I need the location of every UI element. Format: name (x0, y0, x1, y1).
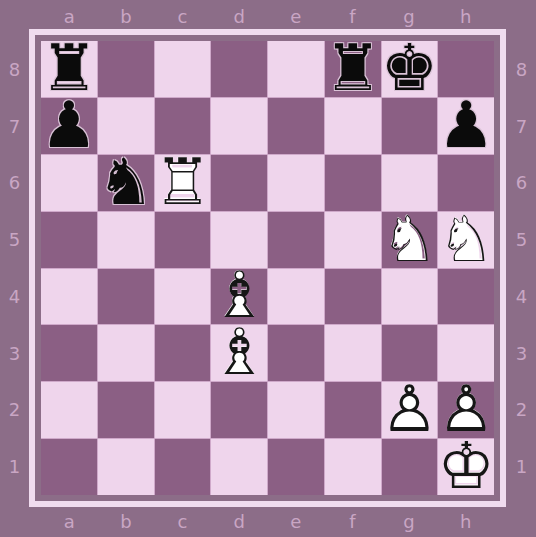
square-f8[interactable]: ♜ (325, 41, 381, 97)
piece-fill-glyph: ♟ (437, 93, 494, 157)
square-b8[interactable] (98, 41, 154, 97)
square-g3[interactable] (382, 325, 438, 381)
square-f5[interactable] (325, 212, 381, 268)
square-e1[interactable] (268, 439, 324, 495)
square-g6[interactable] (382, 155, 438, 211)
file-label-bottom-d: d (211, 509, 268, 533)
square-h1[interactable]: ♚♔ (438, 439, 494, 495)
square-h7[interactable]: ♟ (438, 98, 494, 154)
file-label-top-a: a (41, 4, 98, 28)
square-c5[interactable] (155, 212, 211, 268)
square-h5[interactable]: ♞♘ (438, 212, 494, 268)
square-h8[interactable] (438, 41, 494, 97)
square-h6[interactable] (438, 155, 494, 211)
piece-fill-glyph: ♟ (40, 93, 97, 157)
file-label-top-g: g (381, 4, 438, 28)
rank-label-right-3: 3 (507, 325, 536, 382)
square-f7[interactable] (325, 98, 381, 154)
piece-fill-glyph: ♞ (381, 207, 437, 270)
square-c7[interactable] (155, 98, 211, 154)
square-g5[interactable]: ♞♘ (382, 212, 438, 268)
square-c6[interactable]: ♜♖ (155, 155, 211, 211)
file-label-bottom-b: b (98, 509, 155, 533)
square-d4[interactable]: ♝♗ (211, 269, 267, 325)
square-d1[interactable] (211, 439, 267, 495)
rank-label-right-6: 6 (507, 155, 536, 212)
square-a8[interactable]: ♜ (41, 41, 97, 97)
file-label-bottom-e: e (268, 509, 325, 533)
square-b6[interactable]: ♞ (98, 155, 154, 211)
square-a7[interactable]: ♟ (41, 98, 97, 154)
piece-fill-glyph: ♚ (381, 36, 438, 100)
square-d7[interactable] (211, 98, 267, 154)
square-f3[interactable] (325, 325, 381, 381)
black-knight[interactable]: ♞ (98, 155, 154, 211)
square-e7[interactable] (268, 98, 324, 154)
file-label-top-c: c (154, 4, 211, 28)
square-h2[interactable]: ♟♙ (438, 382, 494, 438)
black-rook[interactable]: ♜ (41, 41, 97, 97)
square-b1[interactable] (98, 439, 154, 495)
file-label-bottom-h: h (437, 509, 494, 533)
file-label-top-h: h (437, 4, 494, 28)
square-c4[interactable] (155, 269, 211, 325)
piece-fill-glyph: ♚ (438, 434, 494, 497)
square-f2[interactable] (325, 382, 381, 438)
rank-label-left-2: 2 (0, 382, 29, 439)
black-pawn[interactable]: ♟ (41, 98, 97, 154)
square-d5[interactable] (211, 212, 267, 268)
square-a5[interactable] (41, 212, 97, 268)
piece-fill-glyph: ♜ (154, 150, 210, 213)
black-rook[interactable]: ♜ (325, 41, 381, 97)
square-e4[interactable] (268, 269, 324, 325)
white-pawn[interactable]: ♟♙ (438, 382, 494, 438)
square-a6[interactable] (41, 155, 97, 211)
piece-outline-glyph: ♗ (210, 320, 267, 384)
rank-label-left-5: 5 (0, 211, 29, 268)
rank-label-right-8: 8 (507, 41, 536, 98)
file-label-top-f: f (324, 4, 381, 28)
square-d8[interactable] (211, 41, 267, 97)
piece-fill-glyph: ♞ (97, 149, 154, 213)
square-a4[interactable] (41, 269, 97, 325)
piece-fill-glyph: ♝ (211, 321, 267, 384)
file-label-top-e: e (268, 4, 325, 28)
square-e5[interactable] (268, 212, 324, 268)
square-e6[interactable] (268, 155, 324, 211)
rank-labels-left: 87654321 (0, 41, 29, 495)
piece-outline-glyph: ♗ (210, 263, 267, 327)
square-f6[interactable] (325, 155, 381, 211)
square-d6[interactable] (211, 155, 267, 211)
file-labels-top: abcdefgh (41, 4, 494, 28)
rank-label-right-1: 1 (507, 438, 536, 495)
piece-fill-glyph: ♟ (438, 378, 494, 441)
white-bishop[interactable]: ♝♗ (211, 325, 267, 381)
rank-label-right-2: 2 (507, 382, 536, 439)
rank-label-right-5: 5 (507, 211, 536, 268)
square-c8[interactable] (155, 41, 211, 97)
rank-label-left-6: 6 (0, 155, 29, 212)
square-c1[interactable] (155, 439, 211, 495)
rank-label-left-8: 8 (0, 41, 29, 98)
square-d3[interactable]: ♝♗ (211, 325, 267, 381)
piece-fill-glyph: ♝ (211, 264, 267, 327)
rank-label-left-1: 1 (0, 438, 29, 495)
piece-fill-glyph: ♜ (40, 36, 97, 100)
square-b5[interactable] (98, 212, 154, 268)
square-g1[interactable] (382, 439, 438, 495)
square-g4[interactable] (382, 269, 438, 325)
white-knight[interactable]: ♞♘ (382, 212, 438, 268)
rank-label-left-3: 3 (0, 325, 29, 382)
file-label-top-b: b (98, 4, 155, 28)
file-label-top-d: d (211, 4, 268, 28)
rank-label-right-4: 4 (507, 268, 536, 325)
file-labels-bottom: abcdefgh (41, 509, 494, 533)
piece-outline-glyph: ♔ (437, 434, 494, 498)
square-d2[interactable] (211, 382, 267, 438)
file-label-bottom-g: g (381, 509, 438, 533)
square-g7[interactable] (382, 98, 438, 154)
black-pawn[interactable]: ♟ (438, 98, 494, 154)
square-c2[interactable] (155, 382, 211, 438)
square-e8[interactable] (268, 41, 324, 97)
rank-label-left-7: 7 (0, 98, 29, 155)
piece-fill-glyph: ♜ (324, 36, 381, 100)
square-f4[interactable] (325, 269, 381, 325)
chess-diagram: abcdefgh 87654321 ♜♜♚♟♟♞♜♖♞♘♞♘♝♗♝♗♟♙♟♙♚♔… (0, 0, 536, 537)
square-c3[interactable] (155, 325, 211, 381)
square-e3[interactable] (268, 325, 324, 381)
rank-label-left-4: 4 (0, 268, 29, 325)
piece-outline-glyph: ♘ (381, 206, 438, 270)
file-label-bottom-c: c (154, 509, 211, 533)
white-pawn[interactable]: ♟♙ (382, 382, 438, 438)
board-frame: ♜♜♚♟♟♞♜♖♞♘♞♘♝♗♝♗♟♙♟♙♚♔ (29, 29, 506, 507)
square-b7[interactable] (98, 98, 154, 154)
square-a3[interactable] (41, 325, 97, 381)
piece-outline-glyph: ♙ (437, 377, 494, 441)
square-b3[interactable] (98, 325, 154, 381)
black-king[interactable]: ♚ (382, 41, 438, 97)
board-grid: ♜♜♚♟♟♞♜♖♞♘♞♘♝♗♝♗♟♙♟♙♚♔ (41, 41, 494, 495)
square-e2[interactable] (268, 382, 324, 438)
square-h3[interactable] (438, 325, 494, 381)
square-g8[interactable]: ♚ (382, 41, 438, 97)
square-a1[interactable] (41, 439, 97, 495)
square-a2[interactable] (41, 382, 97, 438)
piece-fill-glyph: ♞ (438, 207, 494, 270)
square-b4[interactable] (98, 269, 154, 325)
piece-outline-glyph: ♘ (437, 206, 494, 270)
file-label-bottom-f: f (324, 509, 381, 533)
piece-fill-glyph: ♟ (381, 378, 437, 441)
rank-labels-right: 87654321 (507, 41, 536, 495)
square-b2[interactable] (98, 382, 154, 438)
rank-label-right-7: 7 (507, 98, 536, 155)
piece-outline-glyph: ♖ (154, 149, 211, 213)
square-f1[interactable] (325, 439, 381, 495)
white-rook[interactable]: ♜♖ (155, 155, 211, 211)
white-knight[interactable]: ♞♘ (438, 212, 494, 268)
white-bishop[interactable]: ♝♗ (211, 269, 267, 325)
white-king[interactable]: ♚♔ (438, 439, 494, 495)
file-label-bottom-a: a (41, 509, 98, 533)
square-h4[interactable] (438, 269, 494, 325)
piece-outline-glyph: ♙ (381, 377, 438, 441)
square-g2[interactable]: ♟♙ (382, 382, 438, 438)
